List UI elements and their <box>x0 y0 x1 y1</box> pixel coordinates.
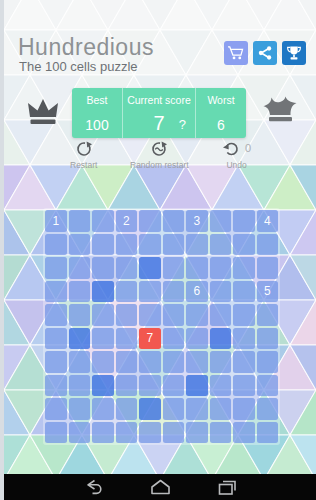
grid-cell[interactable] <box>163 304 185 326</box>
grid-cell[interactable] <box>92 304 114 326</box>
random-restart-icon <box>150 140 168 158</box>
grid-cell[interactable] <box>92 234 114 256</box>
grid-cell[interactable] <box>163 210 185 232</box>
android-navbar <box>4 474 316 500</box>
grid-cell[interactable] <box>163 257 185 279</box>
app-subtitle: The 100 cells puzzle <box>19 59 138 74</box>
grid-cell[interactable] <box>116 234 138 256</box>
grid-cell[interactable] <box>92 375 114 397</box>
grid-cell[interactable] <box>139 351 161 373</box>
current-score: Current score 7 ? <box>122 88 196 138</box>
grid-cell[interactable]: 3 <box>186 210 208 232</box>
grid-cell[interactable] <box>69 328 91 350</box>
grid-cell[interactable] <box>45 375 67 397</box>
grid-cell[interactable] <box>139 210 161 232</box>
grid-cell[interactable] <box>92 422 114 444</box>
grid-cell[interactable] <box>69 422 91 444</box>
grid-cell[interactable] <box>186 304 208 326</box>
grid-cell[interactable] <box>233 328 255 350</box>
grid-cell[interactable] <box>163 234 185 256</box>
restart-button[interactable]: Restart <box>70 140 97 170</box>
grid-cell[interactable] <box>186 375 208 397</box>
best-label: Best <box>86 94 107 106</box>
app-screen: Hundredious The 100 cells puzzle <box>4 0 316 500</box>
grid-cell[interactable] <box>210 351 232 373</box>
share-icon <box>256 44 274 62</box>
grid-cell[interactable] <box>163 398 185 420</box>
grid-cell[interactable] <box>45 281 67 303</box>
restart-label: Restart <box>70 160 97 170</box>
app-title: Hundredious <box>18 34 154 61</box>
recents-icon <box>217 479 237 496</box>
grid-cell[interactable] <box>139 304 161 326</box>
grid-cell[interactable] <box>139 234 161 256</box>
grid-cell[interactable] <box>116 351 138 373</box>
grid-cell[interactable] <box>116 304 138 326</box>
cart-icon <box>227 44 245 62</box>
grid-cell[interactable] <box>45 234 67 256</box>
grid-cell[interactable] <box>233 398 255 420</box>
grid-cell[interactable] <box>163 351 185 373</box>
grid-cell[interactable] <box>69 257 91 279</box>
home-button[interactable] <box>140 474 180 500</box>
grid-cell[interactable] <box>139 281 161 303</box>
grid-cell[interactable] <box>233 422 255 444</box>
grid-cell[interactable] <box>116 281 138 303</box>
undo-count: 0 <box>245 140 251 156</box>
grid-cell[interactable] <box>45 257 67 279</box>
grid-cell[interactable] <box>186 234 208 256</box>
grid-cell[interactable] <box>45 328 67 350</box>
grid-cell[interactable] <box>210 210 232 232</box>
crown-icon <box>26 96 60 128</box>
grid-cell[interactable] <box>45 398 67 420</box>
grid-cell[interactable]: 5 <box>257 281 279 303</box>
undo-label: Undo <box>226 160 246 170</box>
actions-row: Restart Random restart 0 Undo <box>4 139 316 169</box>
current-score-label: Current score <box>127 94 191 106</box>
home-icon <box>150 479 171 495</box>
grid-cell[interactable] <box>233 257 255 279</box>
restart-icon <box>75 140 93 158</box>
share-button[interactable] <box>253 41 277 65</box>
grid-cell[interactable] <box>257 304 279 326</box>
back-button[interactable] <box>73 474 113 500</box>
grid-cell[interactable] <box>116 328 138 350</box>
grid-cell[interactable] <box>210 398 232 420</box>
grid-cell[interactable] <box>45 422 67 444</box>
grid-cell[interactable] <box>92 351 114 373</box>
grid-cell[interactable] <box>69 375 91 397</box>
grid-cell[interactable]: 7 <box>139 328 161 350</box>
hint-question-mark[interactable]: ? <box>179 117 186 132</box>
grid-cell[interactable] <box>69 351 91 373</box>
grid-cell[interactable] <box>186 328 208 350</box>
achievements-button[interactable] <box>282 41 306 65</box>
grid-cell[interactable] <box>163 375 185 397</box>
shop-button[interactable] <box>224 41 248 65</box>
grid-cell[interactable] <box>233 351 255 373</box>
grid-cell[interactable] <box>92 398 114 420</box>
grid-cell[interactable] <box>69 234 91 256</box>
grid-cell[interactable] <box>139 257 161 279</box>
grid-cell[interactable] <box>92 328 114 350</box>
grid-cell[interactable] <box>92 210 114 232</box>
grid-cell[interactable] <box>210 304 232 326</box>
undo-button[interactable]: 0 Undo <box>222 140 251 170</box>
grid-cell[interactable]: 4 <box>257 210 279 232</box>
grid-cell[interactable] <box>210 281 232 303</box>
grid-cell[interactable] <box>186 351 208 373</box>
grid-cell[interactable] <box>257 234 279 256</box>
grid-cell[interactable] <box>163 328 185 350</box>
best-score: Best 100 <box>72 88 122 138</box>
toolbar <box>224 41 306 65</box>
grid-cell[interactable] <box>186 398 208 420</box>
grid-cell[interactable] <box>116 375 138 397</box>
grid-cell[interactable] <box>257 375 279 397</box>
current-score-value: 7 <box>153 113 164 133</box>
worst-score: Worst 6 <box>196 88 246 138</box>
worst-label: Worst <box>207 94 234 106</box>
grid-cell[interactable] <box>257 257 279 279</box>
grid-cell[interactable] <box>233 210 255 232</box>
grid-cell[interactable] <box>210 328 232 350</box>
grid-cell[interactable] <box>257 398 279 420</box>
grid-cell[interactable] <box>163 281 185 303</box>
jester-icon <box>260 94 300 126</box>
grid-cell[interactable] <box>186 257 208 279</box>
grid-cell[interactable] <box>257 422 279 444</box>
best-value: 100 <box>85 118 108 133</box>
grid-cell[interactable] <box>233 281 255 303</box>
grid-cell[interactable] <box>210 257 232 279</box>
score-panel: Best 100 Current score 7 ? Worst 6 <box>72 88 246 138</box>
recents-button[interactable] <box>207 474 247 500</box>
grid-cell[interactable] <box>210 234 232 256</box>
grid-cell[interactable] <box>139 375 161 397</box>
grid-cell[interactable] <box>257 328 279 350</box>
grid-cell[interactable] <box>139 422 161 444</box>
grid-cell[interactable] <box>210 375 232 397</box>
trophy-icon <box>285 44 303 62</box>
grid-cell[interactable] <box>45 304 67 326</box>
grid-cell[interactable]: 1 <box>45 210 67 232</box>
grid-cell[interactable] <box>69 304 91 326</box>
grid-cell[interactable] <box>233 304 255 326</box>
grid-cell[interactable]: 6 <box>186 281 208 303</box>
grid-cell[interactable] <box>116 422 138 444</box>
random-restart-label: Random restart <box>130 160 189 170</box>
grid-cell[interactable] <box>257 351 279 373</box>
grid-cell[interactable] <box>116 257 138 279</box>
undo-icon <box>222 140 241 158</box>
worst-value: 6 <box>217 118 225 133</box>
grid-cell[interactable] <box>45 351 67 373</box>
grid-cell[interactable] <box>163 422 185 444</box>
random-restart-button[interactable]: Random restart <box>130 140 189 170</box>
grid-cell[interactable] <box>139 398 161 420</box>
grid-cell[interactable]: 2 <box>116 210 138 232</box>
grid-cell[interactable] <box>233 234 255 256</box>
grid-cell[interactable] <box>210 422 232 444</box>
puzzle-grid: 1234657 <box>45 210 278 443</box>
grid-cell[interactable] <box>69 210 91 232</box>
grid-cell[interactable] <box>92 257 114 279</box>
back-icon <box>83 479 103 496</box>
grid-cell[interactable] <box>69 281 91 303</box>
grid-cell[interactable] <box>186 422 208 444</box>
grid-cell[interactable] <box>233 375 255 397</box>
grid-cell[interactable] <box>92 281 114 303</box>
grid-cell[interactable] <box>116 398 138 420</box>
grid-cell[interactable] <box>69 398 91 420</box>
